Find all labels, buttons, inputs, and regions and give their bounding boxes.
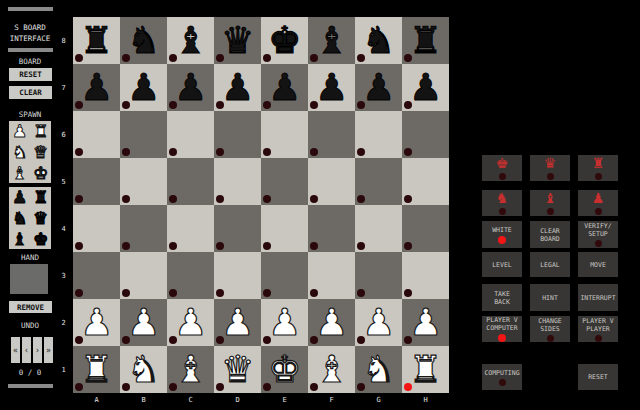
square-d3[interactable] [214, 252, 261, 299]
square-g7[interactable]: ♟ [355, 64, 402, 111]
square-g3[interactable] [355, 252, 402, 299]
file-label-a: A [73, 394, 120, 406]
interrupt-button-label: INTERRUPT [580, 294, 615, 302]
square-led-f3 [310, 289, 318, 297]
square-led-a1 [75, 383, 83, 391]
piece-black-pawn: ♟ [80, 64, 113, 111]
red-queen-icon: ♛ [544, 156, 557, 171]
square-f3[interactable] [308, 252, 355, 299]
square-led-e2 [263, 336, 271, 344]
square-led-h1 [404, 383, 412, 391]
square-led-b1 [122, 383, 130, 391]
square-e5[interactable] [261, 158, 308, 205]
square-h3[interactable] [402, 252, 449, 299]
undo-back-button[interactable]: ‹ [22, 337, 31, 363]
square-led-d6 [216, 148, 224, 156]
spawn-black-queen[interactable]: ♛ [30, 208, 51, 229]
square-e4[interactable] [261, 205, 308, 252]
red-rook-icon: ♜ [592, 156, 605, 171]
player-v-computer-button-led [498, 334, 506, 342]
piece-white-pawn: ♟ [362, 299, 395, 346]
piece-white-rook: ♜ [409, 346, 442, 393]
square-a3[interactable] [73, 252, 120, 299]
piece-black-pawn: ♟ [221, 64, 254, 111]
square-d7[interactable]: ♟ [214, 64, 261, 111]
piece-black-queen: ♛ [221, 17, 254, 64]
red-king-icon: ♚ [496, 156, 509, 171]
spawn-black-rook[interactable]: ♜ [30, 187, 51, 208]
square-led-c5 [169, 195, 177, 203]
square-led-d7 [216, 101, 224, 109]
square-d6[interactable] [214, 111, 261, 158]
square-c2[interactable]: ♟ [167, 299, 214, 346]
square-a6[interactable] [73, 111, 120, 158]
square-led-d3 [216, 289, 224, 297]
panel-knight-button-led [499, 208, 506, 215]
square-h8[interactable]: ♜ [402, 17, 449, 64]
square-c1[interactable]: ♝ [167, 346, 214, 393]
square-e8[interactable]: ♚ [261, 17, 308, 64]
square-led-a8 [75, 54, 83, 62]
spawn-white-bishop[interactable]: ♝ [9, 162, 30, 183]
red-pawn-icon: ♟ [592, 191, 605, 206]
square-led-h8 [404, 54, 412, 62]
square-h2[interactable]: ♟ [402, 299, 449, 346]
spawn-white-queen[interactable]: ♛ [30, 142, 51, 163]
spawn-black-knight[interactable]: ♞ [9, 208, 30, 229]
piece-white-pawn: ♟ [315, 299, 348, 346]
panel-pawn-button[interactable]: ♟ [578, 190, 618, 216]
take-back-button[interactable]: TAKEBACK [482, 284, 522, 311]
undo-counter: 0 / 0 [0, 368, 60, 377]
square-led-h2 [404, 336, 412, 344]
spawn-white-king[interactable]: ♚ [30, 162, 51, 183]
rank-label-4: 4 [57, 205, 70, 252]
square-led-g4 [357, 242, 365, 250]
board-section-label: BOARD [0, 57, 60, 66]
piece-black-rook: ♜ [80, 17, 113, 64]
spawn-black-pawn[interactable]: ♟ [9, 187, 30, 208]
spawn-black-bishop[interactable]: ♝ [9, 228, 30, 249]
square-led-d5 [216, 195, 224, 203]
piece-white-pawn: ♟ [80, 299, 113, 346]
computing-indicator-led [499, 379, 506, 386]
undo-fast-back-button[interactable]: « [11, 337, 20, 363]
square-led-e4 [263, 242, 271, 250]
square-f1[interactable]: ♝ [308, 346, 355, 393]
spawn-section-label: SPAWN [0, 110, 60, 119]
square-led-e5 [263, 195, 271, 203]
square-led-a4 [75, 242, 83, 250]
square-c4[interactable] [167, 205, 214, 252]
hand-box[interactable] [10, 264, 48, 294]
square-g6[interactable] [355, 111, 402, 158]
square-led-c7 [169, 101, 177, 109]
white-button-led [498, 236, 506, 244]
spawn-black-box: ♟♜♞♛♝♚ [9, 187, 51, 249]
square-led-h4 [404, 242, 412, 250]
piece-black-knight: ♞ [362, 17, 395, 64]
square-led-g8 [357, 54, 365, 62]
piece-black-pawn: ♟ [174, 64, 207, 111]
rank-label-1: 1 [57, 346, 70, 393]
square-led-e8 [263, 54, 271, 62]
square-led-b3 [122, 289, 130, 297]
file-labels: ABCDEFGH [73, 394, 449, 406]
panel-bishop-button-led [547, 208, 554, 215]
square-e6[interactable] [261, 111, 308, 158]
square-h4[interactable] [402, 205, 449, 252]
change-sides-button-label: CHANGESIDES [538, 317, 561, 333]
square-led-g7 [357, 101, 365, 109]
undo-forward-button[interactable]: › [33, 337, 42, 363]
piece-black-pawn: ♟ [362, 64, 395, 111]
square-a8[interactable]: ♜ [73, 17, 120, 64]
clear-board-button-label: CLEARBOARD [540, 227, 560, 243]
square-f6[interactable] [308, 111, 355, 158]
square-led-e7 [263, 101, 271, 109]
move-button-label: MOVE [590, 261, 606, 269]
square-led-b5 [122, 195, 130, 203]
square-led-g6 [357, 148, 365, 156]
square-led-e1 [263, 383, 271, 391]
square-led-c6 [169, 148, 177, 156]
square-led-f7 [310, 101, 318, 109]
square-led-c1 [169, 383, 177, 391]
piece-black-pawn: ♟ [315, 64, 348, 111]
square-f7[interactable]: ♟ [308, 64, 355, 111]
square-b2[interactable]: ♟ [120, 299, 167, 346]
piece-white-pawn: ♟ [174, 299, 207, 346]
square-e7[interactable]: ♟ [261, 64, 308, 111]
rank-label-5: 5 [57, 158, 70, 205]
player-v-player-button[interactable]: PLAYER VPLAYER [578, 316, 618, 342]
legal-button-label: LEGAL [540, 261, 560, 269]
rank-label-3: 3 [57, 252, 70, 299]
hand-section-label: HAND [0, 253, 60, 262]
square-led-a7 [75, 101, 83, 109]
square-led-f4 [310, 242, 318, 250]
piece-black-knight: ♞ [127, 17, 160, 64]
legal-button[interactable]: LEGAL [530, 252, 570, 277]
computing-indicator-label: COMPUTING [484, 369, 519, 377]
change-sides-button[interactable]: CHANGESIDES [530, 316, 570, 342]
square-a4[interactable] [73, 205, 120, 252]
piece-white-bishop: ♝ [315, 346, 348, 393]
file-label-g: G [355, 394, 402, 406]
red-bishop-icon: ♝ [544, 191, 557, 206]
chess-board: ♜♞♝♛♚♝♞♜♟♟♟♟♟♟♟♟♟♟♟♟♟♟♟♟♜♞♝♛♚♝♞♜ [73, 17, 449, 393]
white-button-label: WHITE [492, 226, 512, 234]
app-title-line2: INTERFACE [0, 33, 60, 44]
piece-white-pawn: ♟ [268, 299, 301, 346]
square-f2[interactable]: ♟ [308, 299, 355, 346]
square-led-a3 [75, 289, 83, 297]
verify-setup-button-label: VERIFY/SETUP [584, 222, 611, 238]
panel-rook-button-led [595, 173, 602, 180]
square-led-b2 [122, 336, 130, 344]
undo-fast-forward-button[interactable]: » [44, 337, 53, 363]
piece-white-pawn: ♟ [221, 299, 254, 346]
player-v-player-button-led [595, 335, 602, 342]
square-c8[interactable]: ♝ [167, 17, 214, 64]
panel-knight-button[interactable]: ♞ [482, 190, 522, 216]
square-d8[interactable]: ♛ [214, 17, 261, 64]
player-v-player-button-label: PLAYER VPLAYER [582, 317, 613, 333]
square-led-d2 [216, 336, 224, 344]
piece-white-pawn: ♟ [409, 299, 442, 346]
piece-white-knight: ♞ [362, 346, 395, 393]
square-b4[interactable] [120, 205, 167, 252]
piece-black-pawn: ♟ [127, 64, 160, 111]
white-button[interactable]: WHITE [482, 221, 522, 248]
square-b3[interactable] [120, 252, 167, 299]
square-led-c4 [169, 242, 177, 250]
piece-black-king: ♚ [268, 17, 301, 64]
verify-setup-button[interactable]: VERIFY/SETUP [578, 221, 618, 248]
square-d5[interactable] [214, 158, 261, 205]
hint-button-label: HINT [542, 294, 558, 302]
panel-queen-button[interactable]: ♛ [530, 155, 570, 181]
square-c5[interactable] [167, 158, 214, 205]
sidebar-bottom-bar [8, 384, 53, 388]
clear-board-button[interactable]: CLEARBOARD [530, 221, 570, 248]
rank-label-7: 7 [57, 64, 70, 111]
square-c7[interactable]: ♟ [167, 64, 214, 111]
red-knight-icon: ♞ [496, 191, 509, 206]
square-led-f5 [310, 195, 318, 203]
square-e1[interactable]: ♚ [261, 346, 308, 393]
square-led-h3 [404, 289, 412, 297]
square-b6[interactable] [120, 111, 167, 158]
square-d1[interactable]: ♛ [214, 346, 261, 393]
square-a5[interactable] [73, 158, 120, 205]
square-g5[interactable] [355, 158, 402, 205]
panel-rook-button[interactable]: ♜ [578, 155, 618, 181]
piece-white-queen: ♛ [221, 346, 254, 393]
square-h7[interactable]: ♟ [402, 64, 449, 111]
square-led-h6 [404, 148, 412, 156]
square-h6[interactable] [402, 111, 449, 158]
square-led-g2 [357, 336, 365, 344]
square-led-a6 [75, 148, 83, 156]
square-led-f8 [310, 54, 318, 62]
square-led-g5 [357, 195, 365, 203]
board-clear-button[interactable]: CLEAR [9, 86, 52, 99]
square-d2[interactable]: ♟ [214, 299, 261, 346]
square-led-d4 [216, 242, 224, 250]
panel-bishop-button[interactable]: ♝ [530, 190, 570, 216]
computing-indicator[interactable]: COMPUTING [482, 364, 522, 390]
panel-reset-button-label: RESET [588, 373, 608, 381]
square-led-f6 [310, 148, 318, 156]
piece-white-knight: ♞ [127, 346, 160, 393]
square-b7[interactable]: ♟ [120, 64, 167, 111]
sidebar-top-bar [8, 7, 53, 11]
square-led-b8 [122, 54, 130, 62]
square-b1[interactable]: ♞ [120, 346, 167, 393]
file-label-c: C [167, 394, 214, 406]
square-h5[interactable] [402, 158, 449, 205]
square-e3[interactable] [261, 252, 308, 299]
square-led-a2 [75, 336, 83, 344]
square-f5[interactable] [308, 158, 355, 205]
level-button[interactable]: LEVEL [482, 252, 522, 277]
player-v-computer-button[interactable]: PLAYER VCOMPUTER [482, 316, 522, 342]
take-back-button-label: TAKEBACK [494, 290, 510, 306]
spawn-black-king[interactable]: ♚ [30, 228, 51, 249]
square-led-c3 [169, 289, 177, 297]
square-led-h5 [404, 195, 412, 203]
square-a2[interactable]: ♟ [73, 299, 120, 346]
panel-king-button-led [499, 173, 506, 180]
piece-black-bishop: ♝ [315, 17, 348, 64]
square-led-e6 [263, 148, 271, 156]
square-led-b4 [122, 242, 130, 250]
remove-button[interactable]: REMOVE [9, 301, 52, 313]
square-g2[interactable]: ♟ [355, 299, 402, 346]
app-title-line1: S BOARD [0, 22, 60, 33]
piece-white-king: ♚ [268, 346, 301, 393]
square-e2[interactable]: ♟ [261, 299, 308, 346]
undo-controls: «‹›» [11, 337, 53, 363]
square-h1[interactable]: ♜ [402, 346, 449, 393]
square-led-c2 [169, 336, 177, 344]
piece-white-pawn: ♟ [127, 299, 160, 346]
player-v-computer-button-label: PLAYER VCOMPUTER [486, 316, 517, 332]
piece-black-pawn: ♟ [409, 64, 442, 111]
rank-label-8: 8 [57, 17, 70, 64]
square-led-d1 [216, 383, 224, 391]
panel-king-button[interactable]: ♚ [482, 155, 522, 181]
spawn-white-rook[interactable]: ♜ [30, 121, 51, 142]
square-b8[interactable]: ♞ [120, 17, 167, 64]
piece-black-pawn: ♟ [268, 64, 301, 111]
panel-reset-button[interactable]: RESET [578, 364, 618, 390]
square-led-a5 [75, 195, 83, 203]
app-title: S BOARD INTERFACE [0, 22, 60, 44]
square-led-e3 [263, 289, 271, 297]
square-led-h7 [404, 101, 412, 109]
board-reset-button[interactable]: RESET [9, 68, 52, 81]
square-led-d8 [216, 54, 224, 62]
square-led-b7 [122, 101, 130, 109]
rank-label-2: 2 [57, 299, 70, 346]
spawn-white-box: ♟♜♞♛♝♚ [9, 121, 51, 183]
square-led-f1 [310, 383, 318, 391]
file-label-e: E [261, 394, 308, 406]
hint-button[interactable]: HINT [530, 284, 570, 311]
spawn-white-knight[interactable]: ♞ [9, 142, 30, 163]
piece-black-rook: ♜ [409, 17, 442, 64]
spawn-white-pawn[interactable]: ♟ [9, 121, 30, 142]
piece-white-rook: ♜ [80, 346, 113, 393]
square-g8[interactable]: ♞ [355, 17, 402, 64]
panel-queen-button-led [547, 173, 554, 180]
level-button-label: LEVEL [492, 261, 512, 269]
square-a7[interactable]: ♟ [73, 64, 120, 111]
undo-section-label: UNDO [0, 321, 60, 330]
square-led-c8 [169, 54, 177, 62]
square-c3[interactable] [167, 252, 214, 299]
square-led-b6 [122, 148, 130, 156]
square-f8[interactable]: ♝ [308, 17, 355, 64]
file-label-f: F [308, 394, 355, 406]
verify-setup-button-led [595, 240, 602, 247]
square-f4[interactable] [308, 205, 355, 252]
square-b5[interactable] [120, 158, 167, 205]
file-label-b: B [120, 394, 167, 406]
interrupt-button[interactable]: INTERRUPT [578, 284, 618, 311]
move-button[interactable]: MOVE [578, 252, 618, 277]
file-label-h: H [402, 394, 449, 406]
square-led-g1 [357, 383, 365, 391]
panel-pawn-button-led [595, 208, 602, 215]
sidebar-divider-bar [8, 48, 53, 52]
rank-label-6: 6 [57, 111, 70, 158]
rank-labels: 87654321 [57, 17, 70, 393]
file-label-d: D [214, 394, 261, 406]
square-c6[interactable] [167, 111, 214, 158]
square-g1[interactable]: ♞ [355, 346, 402, 393]
square-led-f2 [310, 336, 318, 344]
square-a1[interactable]: ♜ [73, 346, 120, 393]
square-d4[interactable] [214, 205, 261, 252]
piece-white-bishop: ♝ [174, 346, 207, 393]
square-led-g3 [357, 289, 365, 297]
change-sides-button-led [547, 335, 554, 342]
piece-black-bishop: ♝ [174, 17, 207, 64]
square-g4[interactable] [355, 205, 402, 252]
